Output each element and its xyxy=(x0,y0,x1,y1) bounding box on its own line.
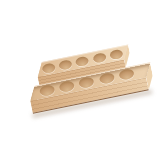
pit[interactable] xyxy=(41,62,56,73)
pit[interactable] xyxy=(58,59,73,70)
pit[interactable] xyxy=(92,52,107,63)
pit[interactable] xyxy=(118,68,135,81)
pit[interactable] xyxy=(75,55,90,66)
pit[interactable] xyxy=(98,72,115,85)
pit[interactable] xyxy=(78,76,95,89)
pit[interactable] xyxy=(39,84,56,97)
product-photo-background xyxy=(0,0,160,160)
mancala-board xyxy=(21,41,155,115)
pit[interactable] xyxy=(59,80,76,93)
pit[interactable] xyxy=(109,48,124,59)
